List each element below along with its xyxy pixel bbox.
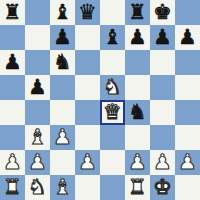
square-e6[interactable] (100, 50, 125, 75)
black-pawn[interactable]: ♟ (3, 50, 22, 75)
chess-board[interactable]: ♜♝♛♜♚♟♝♟♟♟♟♞♟♞♛♞♝♟♟♟♟♟♟♟♜♞♝♜♚ (0, 0, 200, 200)
black-knight[interactable]: ♞ (53, 50, 72, 75)
square-a1[interactable]: ♜ (0, 175, 25, 200)
square-h7[interactable]: ♟ (175, 25, 200, 50)
white-queen[interactable]: ♛ (103, 100, 122, 125)
square-f3[interactable] (125, 125, 150, 150)
square-f1[interactable]: ♜ (125, 175, 150, 200)
square-b2[interactable]: ♟ (25, 150, 50, 175)
square-d6[interactable] (75, 50, 100, 75)
black-rook[interactable]: ♜ (3, 0, 22, 25)
square-a2[interactable]: ♟ (0, 150, 25, 175)
square-a7[interactable] (0, 25, 25, 50)
square-a5[interactable] (0, 75, 25, 100)
square-c1[interactable]: ♝ (50, 175, 75, 200)
white-bishop[interactable]: ♝ (53, 175, 72, 200)
square-g5[interactable] (150, 75, 175, 100)
black-bishop[interactable]: ♝ (53, 0, 72, 25)
white-knight[interactable]: ♞ (103, 75, 122, 100)
square-e1[interactable] (100, 175, 125, 200)
square-e8[interactable] (100, 0, 125, 25)
square-g8[interactable]: ♚ (150, 0, 175, 25)
square-c5[interactable] (50, 75, 75, 100)
square-b5[interactable]: ♟ (25, 75, 50, 100)
white-pawn[interactable]: ♟ (28, 150, 47, 175)
square-d7[interactable] (75, 25, 100, 50)
square-f6[interactable] (125, 50, 150, 75)
square-h1[interactable] (175, 175, 200, 200)
square-a4[interactable] (0, 100, 25, 125)
square-a8[interactable]: ♜ (0, 0, 25, 25)
black-pawn[interactable]: ♟ (178, 25, 197, 50)
square-f7[interactable]: ♟ (125, 25, 150, 50)
square-b4[interactable] (25, 100, 50, 125)
square-h8[interactable] (175, 0, 200, 25)
square-h6[interactable] (175, 50, 200, 75)
square-d5[interactable] (75, 75, 100, 100)
square-e7[interactable]: ♝ (100, 25, 125, 50)
square-c2[interactable] (50, 150, 75, 175)
square-c6[interactable]: ♞ (50, 50, 75, 75)
square-c4[interactable] (50, 100, 75, 125)
square-f8[interactable]: ♜ (125, 0, 150, 25)
black-queen[interactable]: ♛ (78, 0, 97, 25)
black-pawn[interactable]: ♟ (28, 75, 47, 100)
black-pawn[interactable]: ♟ (128, 25, 147, 50)
white-pawn[interactable]: ♟ (3, 150, 22, 175)
square-c8[interactable]: ♝ (50, 0, 75, 25)
square-g1[interactable]: ♚ (150, 175, 175, 200)
square-g7[interactable]: ♟ (150, 25, 175, 50)
white-pawn[interactable]: ♟ (53, 125, 72, 150)
black-pawn[interactable]: ♟ (53, 25, 72, 50)
white-bishop[interactable]: ♝ (28, 125, 47, 150)
square-h2[interactable]: ♟ (175, 150, 200, 175)
black-rook[interactable]: ♜ (128, 0, 147, 25)
square-f4[interactable]: ♞ (125, 100, 150, 125)
black-pawn[interactable]: ♟ (153, 25, 172, 50)
square-g6[interactable] (150, 50, 175, 75)
white-pawn[interactable]: ♟ (178, 150, 197, 175)
square-g3[interactable] (150, 125, 175, 150)
square-e3[interactable] (100, 125, 125, 150)
white-knight[interactable]: ♞ (28, 175, 47, 200)
white-rook[interactable]: ♜ (128, 175, 147, 200)
square-e5[interactable]: ♞ (100, 75, 125, 100)
square-h5[interactable] (175, 75, 200, 100)
square-a3[interactable] (0, 125, 25, 150)
white-pawn[interactable]: ♟ (153, 150, 172, 175)
square-b3[interactable]: ♝ (25, 125, 50, 150)
square-a6[interactable]: ♟ (0, 50, 25, 75)
square-f2[interactable]: ♟ (125, 150, 150, 175)
square-e4-highlighted[interactable]: ♛ (100, 100, 125, 125)
white-pawn[interactable]: ♟ (78, 150, 97, 175)
white-rook[interactable]: ♜ (3, 175, 22, 200)
square-c7[interactable]: ♟ (50, 25, 75, 50)
square-d8[interactable]: ♛ (75, 0, 100, 25)
square-g2[interactable]: ♟ (150, 150, 175, 175)
square-d4[interactable] (75, 100, 100, 125)
square-g4[interactable] (150, 100, 175, 125)
white-king[interactable]: ♚ (153, 175, 172, 200)
black-king[interactable]: ♚ (153, 0, 172, 25)
square-e2[interactable] (100, 150, 125, 175)
square-b1[interactable]: ♞ (25, 175, 50, 200)
square-d1[interactable] (75, 175, 100, 200)
square-b8[interactable] (25, 0, 50, 25)
square-h4[interactable] (175, 100, 200, 125)
square-b6[interactable] (25, 50, 50, 75)
square-d2[interactable]: ♟ (75, 150, 100, 175)
square-h3[interactable] (175, 125, 200, 150)
square-d3[interactable] (75, 125, 100, 150)
square-f5[interactable] (125, 75, 150, 100)
black-knight[interactable]: ♞ (128, 100, 147, 125)
white-pawn[interactable]: ♟ (128, 150, 147, 175)
black-bishop[interactable]: ♝ (103, 25, 122, 50)
square-b7[interactable] (25, 25, 50, 50)
square-c3[interactable]: ♟ (50, 125, 75, 150)
